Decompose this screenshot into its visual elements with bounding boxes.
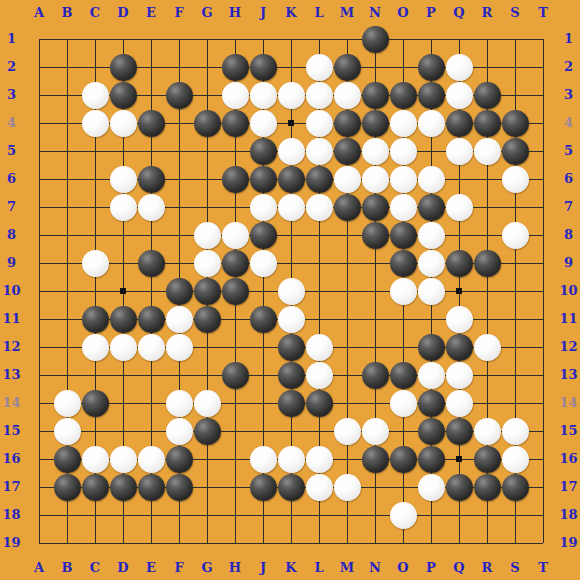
intersection-T18[interactable] <box>529 501 557 529</box>
intersection-K3[interactable] <box>277 81 305 109</box>
intersection-J11[interactable] <box>249 305 277 333</box>
intersection-L11[interactable] <box>305 305 333 333</box>
intersection-C2[interactable] <box>81 53 109 81</box>
intersection-M8[interactable] <box>333 221 361 249</box>
intersection-G9[interactable] <box>193 249 221 277</box>
intersection-S3[interactable] <box>501 81 529 109</box>
intersection-F9[interactable] <box>165 249 193 277</box>
intersection-H7[interactable] <box>221 193 249 221</box>
intersection-R7[interactable] <box>473 193 501 221</box>
intersection-R12[interactable] <box>473 333 501 361</box>
intersection-S13[interactable] <box>501 361 529 389</box>
intersection-P10[interactable] <box>417 277 445 305</box>
intersection-C10[interactable] <box>81 277 109 305</box>
intersection-A3[interactable] <box>25 81 53 109</box>
intersection-B5[interactable] <box>53 137 81 165</box>
intersection-G1[interactable] <box>193 25 221 53</box>
intersection-D18[interactable] <box>109 501 137 529</box>
intersection-R8[interactable] <box>473 221 501 249</box>
intersection-J3[interactable] <box>249 81 277 109</box>
intersection-F8[interactable] <box>165 221 193 249</box>
intersection-K17[interactable] <box>277 473 305 501</box>
intersection-N4[interactable] <box>361 109 389 137</box>
intersection-J19[interactable] <box>249 529 277 557</box>
intersection-S14[interactable] <box>501 389 529 417</box>
intersection-P2[interactable] <box>417 53 445 81</box>
intersection-L2[interactable] <box>305 53 333 81</box>
intersection-Q17[interactable] <box>445 473 473 501</box>
intersection-L6[interactable] <box>305 165 333 193</box>
intersection-L18[interactable] <box>305 501 333 529</box>
intersection-O18[interactable] <box>389 501 417 529</box>
intersection-M18[interactable] <box>333 501 361 529</box>
intersection-H2[interactable] <box>221 53 249 81</box>
intersection-M9[interactable] <box>333 249 361 277</box>
intersection-D17[interactable] <box>109 473 137 501</box>
intersection-G3[interactable] <box>193 81 221 109</box>
intersection-S19[interactable] <box>501 529 529 557</box>
intersection-O1[interactable] <box>389 25 417 53</box>
intersection-M6[interactable] <box>333 165 361 193</box>
intersection-B1[interactable] <box>53 25 81 53</box>
intersection-L8[interactable] <box>305 221 333 249</box>
intersection-R2[interactable] <box>473 53 501 81</box>
intersection-F10[interactable] <box>165 277 193 305</box>
intersection-G18[interactable] <box>193 501 221 529</box>
intersection-J17[interactable] <box>249 473 277 501</box>
intersection-H5[interactable] <box>221 137 249 165</box>
intersection-T19[interactable] <box>529 529 557 557</box>
intersection-K12[interactable] <box>277 333 305 361</box>
intersection-C19[interactable] <box>81 529 109 557</box>
intersection-B14[interactable] <box>53 389 81 417</box>
intersection-J16[interactable] <box>249 445 277 473</box>
intersection-G19[interactable] <box>193 529 221 557</box>
intersection-J10[interactable] <box>249 277 277 305</box>
intersection-T2[interactable] <box>529 53 557 81</box>
intersection-F5[interactable] <box>165 137 193 165</box>
intersection-M3[interactable] <box>333 81 361 109</box>
intersection-D6[interactable] <box>109 165 137 193</box>
intersection-E4[interactable] <box>137 109 165 137</box>
intersection-T12[interactable] <box>529 333 557 361</box>
intersection-O13[interactable] <box>389 361 417 389</box>
intersection-M14[interactable] <box>333 389 361 417</box>
intersection-G14[interactable] <box>193 389 221 417</box>
intersection-N15[interactable] <box>361 417 389 445</box>
intersection-F6[interactable] <box>165 165 193 193</box>
intersection-J15[interactable] <box>249 417 277 445</box>
intersection-C17[interactable] <box>81 473 109 501</box>
intersection-B18[interactable] <box>53 501 81 529</box>
intersection-B19[interactable] <box>53 529 81 557</box>
intersection-O14[interactable] <box>389 389 417 417</box>
intersection-Q5[interactable] <box>445 137 473 165</box>
intersection-L13[interactable] <box>305 361 333 389</box>
intersection-N11[interactable] <box>361 305 389 333</box>
intersection-C1[interactable] <box>81 25 109 53</box>
intersection-N5[interactable] <box>361 137 389 165</box>
intersection-Q14[interactable] <box>445 389 473 417</box>
intersection-C15[interactable] <box>81 417 109 445</box>
intersection-E13[interactable] <box>137 361 165 389</box>
intersection-T15[interactable] <box>529 417 557 445</box>
intersection-G17[interactable] <box>193 473 221 501</box>
intersection-K11[interactable] <box>277 305 305 333</box>
intersection-F19[interactable] <box>165 529 193 557</box>
intersection-K5[interactable] <box>277 137 305 165</box>
intersection-N13[interactable] <box>361 361 389 389</box>
intersection-P13[interactable] <box>417 361 445 389</box>
intersection-O3[interactable] <box>389 81 417 109</box>
intersection-C6[interactable] <box>81 165 109 193</box>
intersection-M1[interactable] <box>333 25 361 53</box>
intersection-M7[interactable] <box>333 193 361 221</box>
intersection-E18[interactable] <box>137 501 165 529</box>
intersection-A10[interactable] <box>25 277 53 305</box>
intersection-E9[interactable] <box>137 249 165 277</box>
intersection-K1[interactable] <box>277 25 305 53</box>
intersection-M15[interactable] <box>333 417 361 445</box>
intersection-G10[interactable] <box>193 277 221 305</box>
intersection-R3[interactable] <box>473 81 501 109</box>
intersection-T14[interactable] <box>529 389 557 417</box>
intersection-S9[interactable] <box>501 249 529 277</box>
intersection-A18[interactable] <box>25 501 53 529</box>
intersection-B10[interactable] <box>53 277 81 305</box>
intersection-F13[interactable] <box>165 361 193 389</box>
intersection-C12[interactable] <box>81 333 109 361</box>
intersection-E6[interactable] <box>137 165 165 193</box>
intersection-N3[interactable] <box>361 81 389 109</box>
intersection-H10[interactable] <box>221 277 249 305</box>
intersection-C16[interactable] <box>81 445 109 473</box>
intersection-N10[interactable] <box>361 277 389 305</box>
intersection-H12[interactable] <box>221 333 249 361</box>
intersection-H16[interactable] <box>221 445 249 473</box>
intersection-A19[interactable] <box>25 529 53 557</box>
intersection-F2[interactable] <box>165 53 193 81</box>
intersection-A8[interactable] <box>25 221 53 249</box>
intersection-C3[interactable] <box>81 81 109 109</box>
intersection-G4[interactable] <box>193 109 221 137</box>
intersection-D3[interactable] <box>109 81 137 109</box>
intersection-G13[interactable] <box>193 361 221 389</box>
intersection-E5[interactable] <box>137 137 165 165</box>
intersection-J18[interactable] <box>249 501 277 529</box>
intersection-A13[interactable] <box>25 361 53 389</box>
intersection-A16[interactable] <box>25 445 53 473</box>
intersection-H13[interactable] <box>221 361 249 389</box>
intersection-F18[interactable] <box>165 501 193 529</box>
intersection-Q13[interactable] <box>445 361 473 389</box>
intersection-E17[interactable] <box>137 473 165 501</box>
intersection-F1[interactable] <box>165 25 193 53</box>
intersection-H3[interactable] <box>221 81 249 109</box>
intersection-J13[interactable] <box>249 361 277 389</box>
intersection-E2[interactable] <box>137 53 165 81</box>
intersection-L19[interactable] <box>305 529 333 557</box>
intersection-Q2[interactable] <box>445 53 473 81</box>
intersection-R11[interactable] <box>473 305 501 333</box>
intersection-C7[interactable] <box>81 193 109 221</box>
intersection-Q18[interactable] <box>445 501 473 529</box>
intersection-D8[interactable] <box>109 221 137 249</box>
intersection-D15[interactable] <box>109 417 137 445</box>
intersection-K16[interactable] <box>277 445 305 473</box>
intersection-C14[interactable] <box>81 389 109 417</box>
intersection-H1[interactable] <box>221 25 249 53</box>
intersection-G16[interactable] <box>193 445 221 473</box>
intersection-R9[interactable] <box>473 249 501 277</box>
intersection-H15[interactable] <box>221 417 249 445</box>
intersection-B15[interactable] <box>53 417 81 445</box>
intersection-R10[interactable] <box>473 277 501 305</box>
intersection-Q8[interactable] <box>445 221 473 249</box>
intersection-K9[interactable] <box>277 249 305 277</box>
intersection-B2[interactable] <box>53 53 81 81</box>
intersection-S18[interactable] <box>501 501 529 529</box>
intersection-R5[interactable] <box>473 137 501 165</box>
intersection-S10[interactable] <box>501 277 529 305</box>
intersection-S12[interactable] <box>501 333 529 361</box>
intersection-M11[interactable] <box>333 305 361 333</box>
intersection-D12[interactable] <box>109 333 137 361</box>
intersection-L7[interactable] <box>305 193 333 221</box>
intersection-C11[interactable] <box>81 305 109 333</box>
intersection-C9[interactable] <box>81 249 109 277</box>
intersection-C13[interactable] <box>81 361 109 389</box>
intersection-F3[interactable] <box>165 81 193 109</box>
intersection-D13[interactable] <box>109 361 137 389</box>
intersection-T5[interactable] <box>529 137 557 165</box>
intersection-H18[interactable] <box>221 501 249 529</box>
intersection-P11[interactable] <box>417 305 445 333</box>
intersection-T9[interactable] <box>529 249 557 277</box>
intersection-R6[interactable] <box>473 165 501 193</box>
intersection-C5[interactable] <box>81 137 109 165</box>
intersection-J5[interactable] <box>249 137 277 165</box>
intersection-D9[interactable] <box>109 249 137 277</box>
intersection-G11[interactable] <box>193 305 221 333</box>
intersection-N6[interactable] <box>361 165 389 193</box>
intersection-O2[interactable] <box>389 53 417 81</box>
intersection-T13[interactable] <box>529 361 557 389</box>
intersection-S5[interactable] <box>501 137 529 165</box>
intersection-S2[interactable] <box>501 53 529 81</box>
intersection-Q6[interactable] <box>445 165 473 193</box>
intersection-N1[interactable] <box>361 25 389 53</box>
intersection-O7[interactable] <box>389 193 417 221</box>
intersection-N14[interactable] <box>361 389 389 417</box>
intersection-N7[interactable] <box>361 193 389 221</box>
intersection-P15[interactable] <box>417 417 445 445</box>
intersection-J4[interactable] <box>249 109 277 137</box>
intersection-R16[interactable] <box>473 445 501 473</box>
intersection-N2[interactable] <box>361 53 389 81</box>
intersection-T4[interactable] <box>529 109 557 137</box>
intersection-A4[interactable] <box>25 109 53 137</box>
intersection-J14[interactable] <box>249 389 277 417</box>
intersection-Q7[interactable] <box>445 193 473 221</box>
intersection-Q19[interactable] <box>445 529 473 557</box>
intersection-M5[interactable] <box>333 137 361 165</box>
intersection-B6[interactable] <box>53 165 81 193</box>
intersection-E8[interactable] <box>137 221 165 249</box>
intersection-C4[interactable] <box>81 109 109 137</box>
intersection-R13[interactable] <box>473 361 501 389</box>
intersection-F4[interactable] <box>165 109 193 137</box>
intersection-B9[interactable] <box>53 249 81 277</box>
intersection-S1[interactable] <box>501 25 529 53</box>
intersection-N9[interactable] <box>361 249 389 277</box>
intersection-A2[interactable] <box>25 53 53 81</box>
intersection-P18[interactable] <box>417 501 445 529</box>
intersection-H6[interactable] <box>221 165 249 193</box>
intersection-C8[interactable] <box>81 221 109 249</box>
intersection-Q10[interactable] <box>445 277 473 305</box>
intersection-M10[interactable] <box>333 277 361 305</box>
intersection-A1[interactable] <box>25 25 53 53</box>
intersection-G15[interactable] <box>193 417 221 445</box>
intersection-S11[interactable] <box>501 305 529 333</box>
intersection-L17[interactable] <box>305 473 333 501</box>
intersection-L3[interactable] <box>305 81 333 109</box>
intersection-R4[interactable] <box>473 109 501 137</box>
intersection-P6[interactable] <box>417 165 445 193</box>
intersection-F17[interactable] <box>165 473 193 501</box>
intersection-Q11[interactable] <box>445 305 473 333</box>
intersection-J9[interactable] <box>249 249 277 277</box>
intersection-P9[interactable] <box>417 249 445 277</box>
intersection-O4[interactable] <box>389 109 417 137</box>
intersection-O12[interactable] <box>389 333 417 361</box>
intersection-F16[interactable] <box>165 445 193 473</box>
intersection-Q4[interactable] <box>445 109 473 137</box>
intersection-P3[interactable] <box>417 81 445 109</box>
intersection-H14[interactable] <box>221 389 249 417</box>
intersection-A5[interactable] <box>25 137 53 165</box>
intersection-E1[interactable] <box>137 25 165 53</box>
intersection-H8[interactable] <box>221 221 249 249</box>
intersection-T17[interactable] <box>529 473 557 501</box>
intersection-Q1[interactable] <box>445 25 473 53</box>
intersection-M13[interactable] <box>333 361 361 389</box>
intersection-T1[interactable] <box>529 25 557 53</box>
intersection-O19[interactable] <box>389 529 417 557</box>
intersection-T16[interactable] <box>529 445 557 473</box>
intersection-Q16[interactable] <box>445 445 473 473</box>
intersection-M12[interactable] <box>333 333 361 361</box>
intersection-F11[interactable] <box>165 305 193 333</box>
intersection-D11[interactable] <box>109 305 137 333</box>
intersection-Q9[interactable] <box>445 249 473 277</box>
intersection-J2[interactable] <box>249 53 277 81</box>
intersection-L10[interactable] <box>305 277 333 305</box>
intersection-O6[interactable] <box>389 165 417 193</box>
intersection-B12[interactable] <box>53 333 81 361</box>
intersection-E19[interactable] <box>137 529 165 557</box>
intersection-L9[interactable] <box>305 249 333 277</box>
intersection-P14[interactable] <box>417 389 445 417</box>
intersection-D10[interactable] <box>109 277 137 305</box>
intersection-R19[interactable] <box>473 529 501 557</box>
intersection-S15[interactable] <box>501 417 529 445</box>
intersection-K13[interactable] <box>277 361 305 389</box>
intersection-Q12[interactable] <box>445 333 473 361</box>
intersection-E11[interactable] <box>137 305 165 333</box>
intersection-J12[interactable] <box>249 333 277 361</box>
intersection-B7[interactable] <box>53 193 81 221</box>
intersection-K10[interactable] <box>277 277 305 305</box>
intersection-O17[interactable] <box>389 473 417 501</box>
intersection-K2[interactable] <box>277 53 305 81</box>
intersection-P1[interactable] <box>417 25 445 53</box>
intersection-R14[interactable] <box>473 389 501 417</box>
intersection-T3[interactable] <box>529 81 557 109</box>
intersection-S16[interactable] <box>501 445 529 473</box>
intersection-K18[interactable] <box>277 501 305 529</box>
intersection-D2[interactable] <box>109 53 137 81</box>
intersection-A17[interactable] <box>25 473 53 501</box>
intersection-M2[interactable] <box>333 53 361 81</box>
intersection-L12[interactable] <box>305 333 333 361</box>
intersection-F7[interactable] <box>165 193 193 221</box>
intersection-G7[interactable] <box>193 193 221 221</box>
intersection-N18[interactable] <box>361 501 389 529</box>
intersection-S8[interactable] <box>501 221 529 249</box>
intersection-P5[interactable] <box>417 137 445 165</box>
intersection-E10[interactable] <box>137 277 165 305</box>
intersection-D19[interactable] <box>109 529 137 557</box>
intersection-R18[interactable] <box>473 501 501 529</box>
intersection-G8[interactable] <box>193 221 221 249</box>
intersection-B16[interactable] <box>53 445 81 473</box>
intersection-L5[interactable] <box>305 137 333 165</box>
intersection-B3[interactable] <box>53 81 81 109</box>
intersection-D16[interactable] <box>109 445 137 473</box>
intersection-E16[interactable] <box>137 445 165 473</box>
intersection-P4[interactable] <box>417 109 445 137</box>
intersection-H4[interactable] <box>221 109 249 137</box>
intersection-E15[interactable] <box>137 417 165 445</box>
intersection-A15[interactable] <box>25 417 53 445</box>
intersection-K8[interactable] <box>277 221 305 249</box>
intersection-O16[interactable] <box>389 445 417 473</box>
intersection-K7[interactable] <box>277 193 305 221</box>
intersection-C18[interactable] <box>81 501 109 529</box>
intersection-J7[interactable] <box>249 193 277 221</box>
intersection-L15[interactable] <box>305 417 333 445</box>
intersection-J6[interactable] <box>249 165 277 193</box>
intersection-H9[interactable] <box>221 249 249 277</box>
intersection-O11[interactable] <box>389 305 417 333</box>
intersection-K14[interactable] <box>277 389 305 417</box>
intersection-B11[interactable] <box>53 305 81 333</box>
intersection-L14[interactable] <box>305 389 333 417</box>
intersection-K6[interactable] <box>277 165 305 193</box>
intersection-P12[interactable] <box>417 333 445 361</box>
intersection-S4[interactable] <box>501 109 529 137</box>
intersection-P17[interactable] <box>417 473 445 501</box>
intersection-N17[interactable] <box>361 473 389 501</box>
intersection-O8[interactable] <box>389 221 417 249</box>
intersection-A14[interactable] <box>25 389 53 417</box>
intersection-K4[interactable] <box>277 109 305 137</box>
intersection-R17[interactable] <box>473 473 501 501</box>
intersection-A9[interactable] <box>25 249 53 277</box>
intersection-O5[interactable] <box>389 137 417 165</box>
